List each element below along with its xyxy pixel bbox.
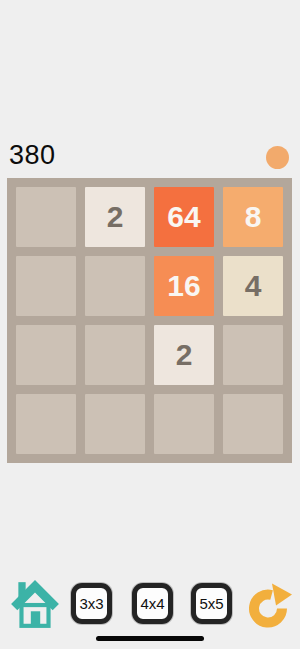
grid-size-3x3-button[interactable]: 3x3 (71, 583, 112, 624)
tile-r0c2: 64 (154, 187, 214, 247)
tile-r2c1 (85, 325, 145, 385)
tile-r3c0 (16, 394, 76, 454)
restart-icon (246, 618, 294, 633)
home-icon (10, 618, 60, 633)
home-indicator-bar[interactable] (96, 636, 204, 641)
orange-dot-indicator[interactable] (266, 146, 289, 169)
tile-r3c1 (85, 394, 145, 454)
tile-r2c2: 2 (154, 325, 214, 385)
tile-r1c2: 16 (154, 256, 214, 316)
tile-r0c1: 2 (85, 187, 145, 247)
tile-r0c0 (16, 187, 76, 247)
tile-r1c3: 4 (223, 256, 283, 316)
home-button[interactable] (10, 578, 60, 630)
tile-r0c3: 8 (223, 187, 283, 247)
grid-size-5x5-button[interactable]: 5x5 (191, 583, 232, 624)
tile-r3c2 (154, 394, 214, 454)
app-screen: 380 2 64 8 16 4 2 3x3 4x4 5x5 (0, 0, 300, 649)
board-4x4[interactable]: 2 64 8 16 4 2 (7, 178, 292, 463)
score-value: 380 (9, 140, 56, 171)
tile-r1c1 (85, 256, 145, 316)
tile-r1c0 (16, 256, 76, 316)
restart-button[interactable] (246, 581, 294, 630)
tile-r3c3 (223, 394, 283, 454)
tile-r2c3 (223, 325, 283, 385)
tile-r2c0 (16, 325, 76, 385)
grid-size-4x4-button[interactable]: 4x4 (132, 583, 173, 624)
